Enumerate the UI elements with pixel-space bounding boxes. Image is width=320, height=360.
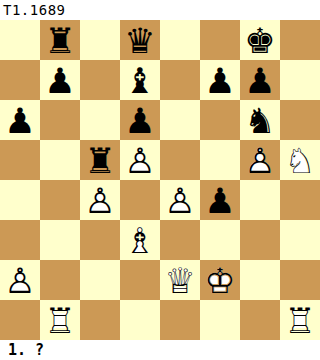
square-h1[interactable]: ♜♖ bbox=[280, 300, 320, 340]
square-b2[interactable] bbox=[40, 260, 80, 300]
white-pawn[interactable]: ♟♙ bbox=[80, 180, 120, 220]
piece-outline-glyph: ♙ bbox=[120, 140, 160, 180]
piece-outline-glyph: ♙ bbox=[160, 180, 200, 220]
square-g4[interactable] bbox=[240, 180, 280, 220]
square-g5[interactable]: ♟♙ bbox=[240, 140, 280, 180]
chess-board: ♜♛♚♟♝♟♟♟♟♞♜♟♙♟♙♞♘♟♙♟♙♟♝♗♟♙♛♕♚♔♜♖♜♖ bbox=[0, 20, 320, 340]
square-a8[interactable] bbox=[0, 20, 40, 60]
piece-glyph: ♝ bbox=[120, 60, 160, 100]
square-e7[interactable] bbox=[160, 60, 200, 100]
square-a7[interactable] bbox=[0, 60, 40, 100]
square-f5[interactable] bbox=[200, 140, 240, 180]
piece-glyph: ♟ bbox=[120, 100, 160, 140]
square-f4[interactable]: ♟ bbox=[200, 180, 240, 220]
piece-glyph: ♟ bbox=[0, 100, 40, 140]
black-pawn[interactable]: ♟ bbox=[40, 60, 80, 100]
white-king[interactable]: ♚♔ bbox=[200, 260, 240, 300]
square-h2[interactable] bbox=[280, 260, 320, 300]
white-pawn[interactable]: ♟♙ bbox=[240, 140, 280, 180]
black-pawn[interactable]: ♟ bbox=[0, 100, 40, 140]
square-e8[interactable] bbox=[160, 20, 200, 60]
piece-glyph: ♜ bbox=[40, 20, 80, 60]
square-h8[interactable] bbox=[280, 20, 320, 60]
piece-glyph: ♛ bbox=[120, 20, 160, 60]
piece-outline-glyph: ♕ bbox=[160, 260, 200, 300]
square-d3[interactable]: ♝♗ bbox=[120, 220, 160, 260]
move-prompt: 1. ? bbox=[0, 340, 320, 360]
black-queen[interactable]: ♛ bbox=[120, 20, 160, 60]
square-c8[interactable] bbox=[80, 20, 120, 60]
square-e2[interactable]: ♛♕ bbox=[160, 260, 200, 300]
square-b6[interactable] bbox=[40, 100, 80, 140]
black-pawn[interactable]: ♟ bbox=[200, 60, 240, 100]
black-pawn[interactable]: ♟ bbox=[200, 180, 240, 220]
white-rook[interactable]: ♜♖ bbox=[40, 300, 80, 340]
square-c2[interactable] bbox=[80, 260, 120, 300]
square-e1[interactable] bbox=[160, 300, 200, 340]
square-b1[interactable]: ♜♖ bbox=[40, 300, 80, 340]
white-queen[interactable]: ♛♕ bbox=[160, 260, 200, 300]
square-c6[interactable] bbox=[80, 100, 120, 140]
piece-outline-glyph: ♗ bbox=[120, 220, 160, 260]
square-c4[interactable]: ♟♙ bbox=[80, 180, 120, 220]
square-g8[interactable]: ♚ bbox=[240, 20, 280, 60]
square-b5[interactable] bbox=[40, 140, 80, 180]
square-e4[interactable]: ♟♙ bbox=[160, 180, 200, 220]
square-b3[interactable] bbox=[40, 220, 80, 260]
square-f6[interactable] bbox=[200, 100, 240, 140]
square-h3[interactable] bbox=[280, 220, 320, 260]
square-h5[interactable]: ♞♘ bbox=[280, 140, 320, 180]
square-c7[interactable] bbox=[80, 60, 120, 100]
square-a5[interactable] bbox=[0, 140, 40, 180]
square-h4[interactable] bbox=[280, 180, 320, 220]
square-f8[interactable] bbox=[200, 20, 240, 60]
square-d8[interactable]: ♛ bbox=[120, 20, 160, 60]
square-e5[interactable] bbox=[160, 140, 200, 180]
black-knight[interactable]: ♞ bbox=[240, 100, 280, 140]
square-c1[interactable] bbox=[80, 300, 120, 340]
square-b4[interactable] bbox=[40, 180, 80, 220]
square-h7[interactable] bbox=[280, 60, 320, 100]
square-g3[interactable] bbox=[240, 220, 280, 260]
piece-outline-glyph: ♖ bbox=[40, 300, 80, 340]
square-c3[interactable] bbox=[80, 220, 120, 260]
white-knight[interactable]: ♞♘ bbox=[280, 140, 320, 180]
square-d7[interactable]: ♝ bbox=[120, 60, 160, 100]
white-rook[interactable]: ♜♖ bbox=[280, 300, 320, 340]
square-d5[interactable]: ♟♙ bbox=[120, 140, 160, 180]
piece-glyph: ♟ bbox=[40, 60, 80, 100]
square-g7[interactable]: ♟ bbox=[240, 60, 280, 100]
square-f7[interactable]: ♟ bbox=[200, 60, 240, 100]
piece-outline-glyph: ♘ bbox=[280, 140, 320, 180]
square-d4[interactable] bbox=[120, 180, 160, 220]
square-c5[interactable]: ♜ bbox=[80, 140, 120, 180]
square-f2[interactable]: ♚♔ bbox=[200, 260, 240, 300]
white-pawn[interactable]: ♟♙ bbox=[120, 140, 160, 180]
piece-outline-glyph: ♙ bbox=[0, 260, 40, 300]
puzzle-title: T1.1689 bbox=[0, 0, 320, 20]
piece-glyph: ♜ bbox=[80, 140, 120, 180]
piece-glyph: ♟ bbox=[200, 180, 240, 220]
piece-outline-glyph: ♔ bbox=[200, 260, 240, 300]
square-f1[interactable] bbox=[200, 300, 240, 340]
white-pawn[interactable]: ♟♙ bbox=[160, 180, 200, 220]
square-g1[interactable] bbox=[240, 300, 280, 340]
white-bishop[interactable]: ♝♗ bbox=[120, 220, 160, 260]
black-pawn[interactable]: ♟ bbox=[240, 60, 280, 100]
square-d1[interactable] bbox=[120, 300, 160, 340]
square-h6[interactable] bbox=[280, 100, 320, 140]
piece-outline-glyph: ♙ bbox=[80, 180, 120, 220]
piece-outline-glyph: ♙ bbox=[240, 140, 280, 180]
white-pawn[interactable]: ♟♙ bbox=[0, 260, 40, 300]
square-f3[interactable] bbox=[200, 220, 240, 260]
square-g6[interactable]: ♞ bbox=[240, 100, 280, 140]
square-a3[interactable] bbox=[0, 220, 40, 260]
square-b7[interactable]: ♟ bbox=[40, 60, 80, 100]
black-rook[interactable]: ♜ bbox=[40, 20, 80, 60]
piece-glyph: ♟ bbox=[200, 60, 240, 100]
piece-glyph: ♞ bbox=[240, 100, 280, 140]
square-b8[interactable]: ♜ bbox=[40, 20, 80, 60]
square-d6[interactable]: ♟ bbox=[120, 100, 160, 140]
square-a4[interactable] bbox=[0, 180, 40, 220]
black-rook[interactable]: ♜ bbox=[80, 140, 120, 180]
black-king[interactable]: ♚ bbox=[240, 20, 280, 60]
square-g2[interactable] bbox=[240, 260, 280, 300]
black-pawn[interactable]: ♟ bbox=[120, 100, 160, 140]
square-a6[interactable]: ♟ bbox=[0, 100, 40, 140]
black-bishop[interactable]: ♝ bbox=[120, 60, 160, 100]
piece-glyph: ♚ bbox=[240, 20, 280, 60]
piece-outline-glyph: ♖ bbox=[280, 300, 320, 340]
piece-glyph: ♟ bbox=[240, 60, 280, 100]
square-e6[interactable] bbox=[160, 100, 200, 140]
square-a2[interactable]: ♟♙ bbox=[0, 260, 40, 300]
square-d2[interactable] bbox=[120, 260, 160, 300]
square-e3[interactable] bbox=[160, 220, 200, 260]
square-a1[interactable] bbox=[0, 300, 40, 340]
